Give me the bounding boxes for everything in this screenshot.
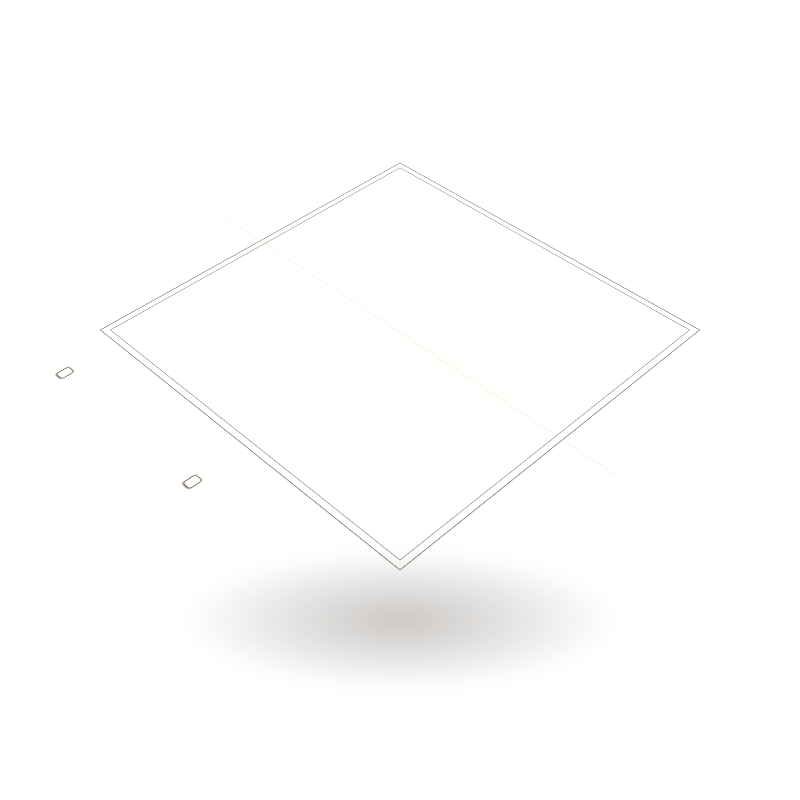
scene <box>0 0 800 800</box>
chess-board <box>31 131 769 641</box>
chess-set-photo <box>0 0 800 800</box>
